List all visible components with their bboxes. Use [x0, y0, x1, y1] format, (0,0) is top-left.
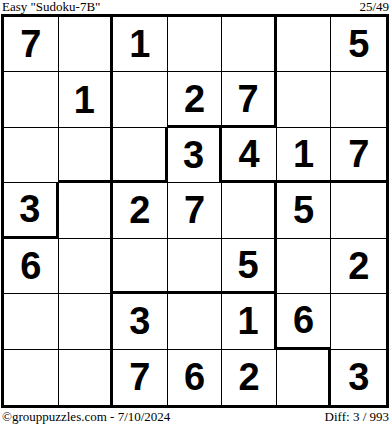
cell-r6c2[interactable]	[59, 294, 114, 349]
cell-r7c4: 6	[168, 350, 223, 405]
sudoku-board: 715127341732756523167623	[1, 14, 389, 408]
cell-r6c7[interactable]	[331, 294, 386, 349]
cell-r6c3: 3	[113, 294, 168, 349]
cell-r7c3: 7	[113, 350, 168, 405]
cell-r2c1[interactable]	[4, 72, 59, 127]
cell-r3c5: 4	[222, 128, 277, 183]
cell-r5c2[interactable]	[59, 239, 114, 294]
cell-r1c4[interactable]	[168, 17, 223, 72]
cell-r3c4: 3	[168, 128, 223, 183]
cell-r4c5[interactable]	[222, 183, 277, 238]
cell-r3c3[interactable]	[113, 128, 168, 183]
cell-r7c6[interactable]	[277, 350, 332, 405]
copyright-text: ©grouppuzzles.com - 7/10/2024	[2, 409, 170, 425]
cell-r4c7[interactable]	[331, 183, 386, 238]
cell-r2c2: 1	[59, 72, 114, 127]
cell-r4c6: 5	[277, 183, 332, 238]
cell-r2c6[interactable]	[277, 72, 332, 127]
cell-r4c4: 7	[168, 183, 223, 238]
cell-r6c4[interactable]	[168, 294, 223, 349]
cell-r1c1: 7	[4, 17, 59, 72]
cell-r5c6[interactable]	[277, 239, 332, 294]
difficulty-text: Diff: 3 / 993	[325, 409, 389, 425]
cell-r5c7: 2	[331, 239, 386, 294]
cell-r5c3[interactable]	[113, 239, 168, 294]
cell-r5c5: 5	[222, 239, 277, 294]
cell-r3c2[interactable]	[59, 128, 114, 183]
givens-counter: 25/49	[359, 0, 389, 15]
cell-r6c6: 6	[277, 294, 332, 349]
puzzle-title: Easy "Sudoku-7B"	[2, 0, 100, 15]
cell-r2c4: 2	[168, 72, 223, 127]
cell-r1c3: 1	[113, 17, 168, 72]
cell-r3c7: 7	[331, 128, 386, 183]
page-root: Easy "Sudoku-7B" 25/49 71512734173275652…	[0, 0, 391, 426]
cell-r7c2[interactable]	[59, 350, 114, 405]
cell-r4c3: 2	[113, 183, 168, 238]
cell-r6c5: 1	[222, 294, 277, 349]
cell-r3c1[interactable]	[4, 128, 59, 183]
cell-r1c5[interactable]	[222, 17, 277, 72]
cell-r7c1[interactable]	[4, 350, 59, 405]
cell-r2c5: 7	[222, 72, 277, 127]
cell-r1c6[interactable]	[277, 17, 332, 72]
cell-r6c1[interactable]	[4, 294, 59, 349]
cell-r2c3[interactable]	[113, 72, 168, 127]
cell-r5c4[interactable]	[168, 239, 223, 294]
cell-r1c7: 5	[331, 17, 386, 72]
cell-r1c2[interactable]	[59, 17, 114, 72]
cell-r3c6: 1	[277, 128, 332, 183]
cell-r7c5: 2	[222, 350, 277, 405]
cell-r7c7: 3	[331, 350, 386, 405]
cell-r4c1: 3	[4, 183, 59, 238]
cell-r5c1: 6	[4, 239, 59, 294]
cell-r2c7[interactable]	[331, 72, 386, 127]
cell-r4c2[interactable]	[59, 183, 114, 238]
